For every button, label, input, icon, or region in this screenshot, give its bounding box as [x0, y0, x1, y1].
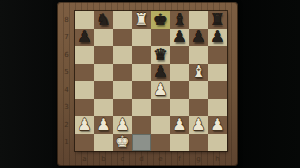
square-f7[interactable]: ♟ [170, 29, 189, 47]
square-g6[interactable] [189, 46, 208, 64]
piece-black-pawn[interactable]: ♟ [77, 29, 91, 45]
square-f3[interactable] [170, 99, 189, 117]
square-a3[interactable] [75, 99, 94, 117]
piece-white-rook[interactable]: ♜ [134, 12, 148, 28]
square-a7[interactable]: ♟ [75, 29, 94, 47]
square-c1[interactable]: ♚ [113, 134, 132, 152]
square-b6[interactable] [94, 46, 113, 64]
square-g5[interactable]: ♝ [189, 64, 208, 82]
piece-white-pawn[interactable]: ♟ [77, 117, 91, 133]
rank-label-3: 3 [60, 99, 73, 117]
piece-white-pawn[interactable]: ♟ [115, 117, 129, 133]
piece-white-pawn[interactable]: ♟ [96, 117, 110, 133]
square-f5[interactable] [170, 64, 189, 82]
square-c3[interactable] [113, 99, 132, 117]
square-d2[interactable] [132, 116, 151, 134]
square-b2[interactable]: ♟ [94, 116, 113, 134]
square-b5[interactable] [94, 64, 113, 82]
piece-black-bishop[interactable]: ♝ [172, 12, 186, 28]
rank-label-8: 8 [60, 11, 73, 29]
square-c8[interactable] [113, 11, 132, 29]
rank-labels: 87654321 [60, 11, 73, 151]
square-h5[interactable] [208, 64, 227, 82]
square-d6[interactable] [132, 46, 151, 64]
rank-label-6: 6 [60, 46, 73, 64]
file-label-d: d [132, 152, 151, 165]
square-b4[interactable] [94, 81, 113, 99]
square-e2[interactable] [151, 116, 170, 134]
square-c7[interactable] [113, 29, 132, 47]
square-g4[interactable] [189, 81, 208, 99]
piece-white-bishop[interactable]: ♝ [191, 64, 205, 80]
square-b7[interactable] [94, 29, 113, 47]
square-d5[interactable] [132, 64, 151, 82]
file-label-f: f [170, 152, 189, 165]
square-b1[interactable] [94, 134, 113, 152]
square-d4[interactable] [132, 81, 151, 99]
square-a2[interactable]: ♟ [75, 116, 94, 134]
square-f4[interactable] [170, 81, 189, 99]
piece-white-king[interactable]: ♚ [115, 134, 129, 150]
square-e4[interactable]: ♟ [151, 81, 170, 99]
square-g3[interactable] [189, 99, 208, 117]
square-c4[interactable] [113, 81, 132, 99]
square-h3[interactable] [208, 99, 227, 117]
board-frame: 87654321 abcdefgh ♞♜♚♝♜♟♟♟♟♛♟♝♟♟♟♟♟♟♟♚ [57, 2, 238, 166]
file-label-g: g [189, 152, 208, 165]
square-d3[interactable] [132, 99, 151, 117]
square-g1[interactable] [189, 134, 208, 152]
piece-black-pawn[interactable]: ♟ [172, 29, 186, 45]
piece-black-pawn[interactable]: ♟ [153, 64, 167, 80]
file-label-e: e [151, 152, 170, 165]
piece-white-pawn[interactable]: ♟ [172, 117, 186, 133]
file-labels: abcdefgh [75, 152, 227, 165]
screenshot-background: 87654321 abcdefgh ♞♜♚♝♜♟♟♟♟♛♟♝♟♟♟♟♟♟♟♚ [0, 0, 300, 168]
square-f1[interactable] [170, 134, 189, 152]
square-h2[interactable]: ♟ [208, 116, 227, 134]
square-f6[interactable] [170, 46, 189, 64]
file-label-a: a [75, 152, 94, 165]
rank-label-7: 7 [60, 29, 73, 47]
square-e6[interactable]: ♛ [151, 46, 170, 64]
square-h7[interactable]: ♟ [208, 29, 227, 47]
file-label-c: c [113, 152, 132, 165]
square-h1[interactable] [208, 134, 227, 152]
square-g8[interactable] [189, 11, 208, 29]
square-e7[interactable] [151, 29, 170, 47]
piece-white-pawn[interactable]: ♟ [191, 117, 205, 133]
board[interactable]: ♞♜♚♝♜♟♟♟♟♛♟♝♟♟♟♟♟♟♟♚ [75, 11, 227, 151]
square-a5[interactable] [75, 64, 94, 82]
square-h8[interactable]: ♜ [208, 11, 227, 29]
square-c6[interactable] [113, 46, 132, 64]
piece-white-pawn[interactable]: ♟ [153, 82, 167, 98]
square-a4[interactable] [75, 81, 94, 99]
square-g2[interactable]: ♟ [189, 116, 208, 134]
piece-black-king[interactable]: ♚ [153, 12, 167, 28]
square-a6[interactable] [75, 46, 94, 64]
file-label-b: b [94, 152, 113, 165]
piece-black-knight[interactable]: ♞ [96, 12, 110, 28]
piece-black-queen[interactable]: ♛ [153, 47, 167, 63]
square-h6[interactable] [208, 46, 227, 64]
square-d7[interactable] [132, 29, 151, 47]
rank-label-2: 2 [60, 116, 73, 134]
square-e5[interactable]: ♟ [151, 64, 170, 82]
square-b8[interactable]: ♞ [94, 11, 113, 29]
square-f2[interactable]: ♟ [170, 116, 189, 134]
square-d8[interactable]: ♜ [132, 11, 151, 29]
square-b3[interactable] [94, 99, 113, 117]
square-d1[interactable] [132, 134, 151, 152]
piece-white-pawn[interactable]: ♟ [210, 117, 224, 133]
square-e8[interactable]: ♚ [151, 11, 170, 29]
square-a8[interactable] [75, 11, 94, 29]
square-c2[interactable]: ♟ [113, 116, 132, 134]
rank-label-4: 4 [60, 81, 73, 99]
square-h4[interactable] [208, 81, 227, 99]
file-label-h: h [208, 152, 227, 165]
square-f8[interactable]: ♝ [170, 11, 189, 29]
square-c5[interactable] [113, 64, 132, 82]
piece-black-rook[interactable]: ♜ [210, 12, 224, 28]
piece-black-pawn[interactable]: ♟ [210, 29, 224, 45]
piece-black-pawn[interactable]: ♟ [191, 29, 205, 45]
square-e1[interactable] [151, 134, 170, 152]
square-g7[interactable]: ♟ [189, 29, 208, 47]
square-a1[interactable] [75, 134, 94, 152]
rank-label-5: 5 [60, 64, 73, 82]
rank-label-1: 1 [60, 134, 73, 152]
square-e3[interactable] [151, 99, 170, 117]
